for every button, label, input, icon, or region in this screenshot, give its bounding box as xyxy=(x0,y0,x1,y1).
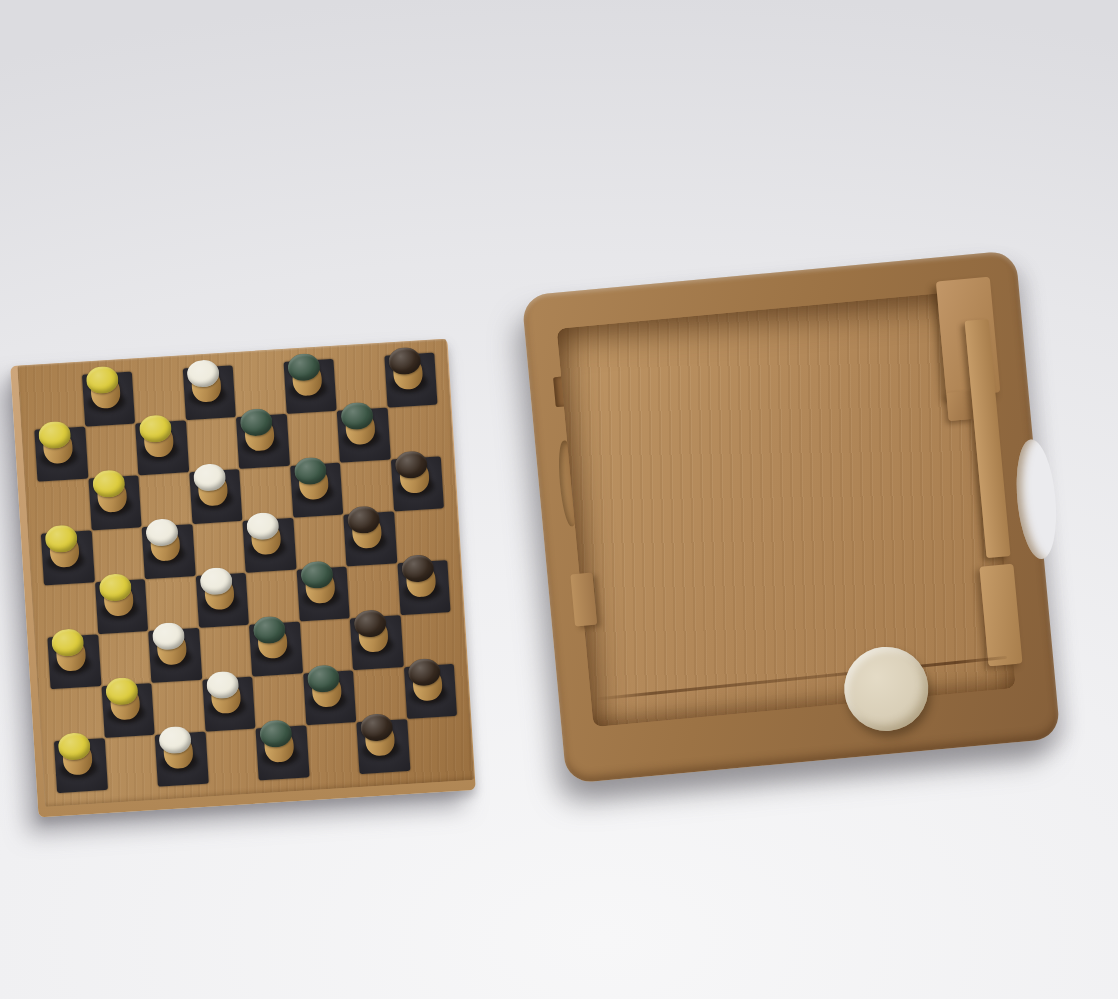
board-square-dark[interactable] xyxy=(236,414,290,469)
box-rim xyxy=(521,250,1060,784)
board-square-dark[interactable] xyxy=(356,719,410,774)
board-square-dark[interactable] xyxy=(101,683,155,738)
board-square-light xyxy=(205,729,259,784)
board-square-dark[interactable] xyxy=(142,524,196,579)
photo-scene xyxy=(0,0,1118,999)
board-square-dark[interactable] xyxy=(182,365,236,420)
board-square-dark[interactable] xyxy=(155,732,209,787)
board-face xyxy=(17,339,474,807)
storage-box xyxy=(521,250,1060,784)
checkers-board xyxy=(10,339,476,818)
board-square-dark[interactable] xyxy=(249,622,303,677)
board-square-dark[interactable] xyxy=(390,456,444,511)
board-square-dark[interactable] xyxy=(189,469,243,524)
box-rail-right xyxy=(965,319,1011,558)
board-square-dark[interactable] xyxy=(384,353,438,408)
board-square-light xyxy=(306,722,360,777)
board-square-dark[interactable] xyxy=(47,634,101,689)
board-square-dark[interactable] xyxy=(242,518,296,573)
board-square-dark[interactable] xyxy=(303,670,357,725)
board-square-dark[interactable] xyxy=(88,475,142,530)
board-square-dark[interactable] xyxy=(343,511,397,566)
board-grid xyxy=(31,353,460,794)
finger-notch-icon xyxy=(1012,438,1061,561)
board-square-dark[interactable] xyxy=(403,664,457,719)
wooden-disc[interactable] xyxy=(841,643,932,734)
box-block-bottom-left xyxy=(570,573,597,627)
board-square-dark[interactable] xyxy=(81,372,135,427)
board-square-dark[interactable] xyxy=(41,530,95,585)
box-floor-seam xyxy=(595,656,1007,701)
board-square-dark[interactable] xyxy=(290,463,344,518)
box-corner-step xyxy=(946,391,974,421)
board-square-dark[interactable] xyxy=(54,738,108,793)
board-square-dark[interactable] xyxy=(202,677,256,732)
board-square-light xyxy=(104,735,158,790)
board-square-light xyxy=(407,716,461,771)
box-interior xyxy=(557,290,1016,727)
board-square-dark[interactable] xyxy=(337,408,391,463)
board-square-dark[interactable] xyxy=(350,615,404,670)
board-square-dark[interactable] xyxy=(135,420,189,475)
board-square-dark[interactable] xyxy=(34,427,88,482)
board-square-dark[interactable] xyxy=(296,566,350,621)
board-square-dark[interactable] xyxy=(397,560,451,615)
board-square-dark[interactable] xyxy=(148,628,202,683)
board-square-dark[interactable] xyxy=(255,725,309,780)
box-rail-bottom-right xyxy=(979,564,1022,667)
board-square-dark[interactable] xyxy=(195,573,249,628)
board-square-dark[interactable] xyxy=(94,579,148,634)
board-square-dark[interactable] xyxy=(283,359,337,414)
